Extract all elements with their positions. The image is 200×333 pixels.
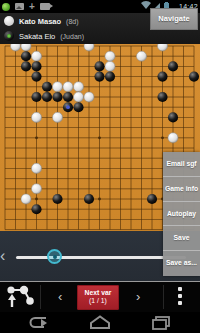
go-stone [21, 61, 31, 71]
black-stone-icon [4, 31, 14, 41]
back-icon[interactable] [28, 315, 50, 330]
go-stone [42, 82, 52, 92]
go-stone [31, 204, 41, 214]
white-player-rank: (8d) [66, 18, 78, 25]
menu-item-game-info[interactable]: Game info [163, 177, 200, 202]
go-stone [84, 44, 94, 51]
context-menu: Email sgf Game info Autoplay Save Save a… [163, 152, 200, 276]
go-stone [73, 102, 83, 112]
green-ball-icon [2, 3, 10, 11]
go-stone [31, 72, 41, 82]
go-stone [136, 51, 146, 61]
go-stone [168, 112, 178, 122]
menu-item-save-as[interactable]: Save as... [163, 251, 200, 276]
go-stone [189, 72, 199, 82]
go-stone [157, 72, 167, 82]
go-stone [105, 51, 115, 61]
variation-tree-icon[interactable] [4, 285, 36, 309]
toolbar-divider [40, 285, 41, 309]
white-player-name: Kato Masao [19, 17, 61, 26]
android-navbar [0, 312, 200, 333]
menu-item-save[interactable]: Save [163, 226, 200, 251]
go-stone [52, 82, 62, 92]
photo-icon [15, 3, 24, 10]
go-stone [31, 112, 41, 122]
prev-variation-icon[interactable]: ‹ [58, 288, 62, 306]
recents-icon[interactable] [150, 315, 172, 330]
go-stone [63, 92, 73, 102]
go-stone [84, 92, 94, 102]
go-stone [10, 44, 20, 51]
home-icon[interactable] [88, 315, 112, 330]
next-var-count: (1 / 1) [77, 297, 119, 304]
camera-icon [40, 3, 50, 10]
go-stone [31, 184, 41, 194]
go-stone [31, 163, 41, 173]
go-stone [168, 61, 178, 71]
go-stone [157, 92, 167, 102]
go-stone [73, 92, 83, 102]
status-left-icons: + [2, 0, 50, 13]
go-stone [168, 133, 178, 143]
go-stone [31, 92, 41, 102]
go-stone [73, 82, 83, 92]
go-stone [84, 194, 94, 204]
go-stone [21, 194, 31, 204]
black-player-name: Sakata Eio [19, 32, 55, 41]
go-stone [94, 61, 104, 71]
go-stone [42, 92, 52, 102]
go-stone [21, 44, 31, 51]
go-stone [21, 51, 31, 61]
go-stone [105, 61, 115, 71]
go-stone [105, 72, 115, 82]
overflow-menu-icon[interactable] [178, 287, 183, 308]
toolbar-divider [163, 285, 164, 309]
move-slider-track[interactable] [16, 256, 186, 259]
move-slider-thumb[interactable] [47, 249, 62, 264]
collapse-chevron-icon[interactable]: ‹ [0, 245, 5, 267]
go-stone [52, 112, 62, 122]
plus-icon: + [29, 2, 35, 11]
menu-item-email-sgf[interactable]: Email sgf [163, 152, 200, 177]
menu-item-autoplay[interactable]: Autoplay [163, 202, 200, 227]
player-black-row: Sakata Eio (Judan) [4, 29, 154, 43]
go-stone [52, 194, 62, 204]
player-white-row: Kato Masao (8d) [4, 14, 154, 28]
next-var-button[interactable]: Next var (1 / 1) [77, 285, 119, 310]
go-stone [63, 82, 73, 92]
next-var-label: Next var [77, 289, 119, 296]
app-screen: + 14:42 Kato Masao (8d) Sakata Eio (Juda… [0, 0, 200, 333]
go-stone [157, 44, 167, 51]
go-stone [94, 72, 104, 82]
go-stone [147, 194, 157, 204]
white-stone-icon [4, 16, 14, 26]
bottom-toolbar: ‹ Next var (1 / 1) › [0, 282, 200, 312]
next-variation-icon[interactable]: › [136, 288, 140, 306]
black-player-rank: (Judan) [60, 33, 84, 40]
navigate-button[interactable]: Navigate [150, 8, 198, 30]
last-move-marker [66, 105, 70, 109]
go-stone [52, 92, 62, 102]
go-stone [31, 51, 41, 61]
go-stone [31, 61, 41, 71]
